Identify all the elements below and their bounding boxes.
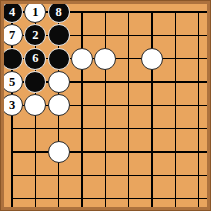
go-board: 41872653	[0, 0, 211, 211]
stone-black[interactable]	[48, 48, 70, 70]
grid-vertical-line	[198, 11, 199, 207]
grid-vertical-line	[105, 11, 106, 207]
stone-black-move-6[interactable]: 6	[24, 48, 46, 70]
stone-white[interactable]	[48, 94, 70, 116]
stone-white-move-1[interactable]: 1	[24, 1, 46, 23]
stone-white-move-5[interactable]: 5	[1, 71, 23, 93]
stone-white[interactable]	[48, 71, 70, 93]
stone-black-move-4[interactable]: 4	[1, 1, 23, 23]
stone-black-move-2[interactable]: 2	[24, 24, 46, 46]
grid-horizontal-line	[11, 151, 207, 152]
stone-white[interactable]	[71, 48, 93, 70]
stone-black-move-8[interactable]: 8	[48, 1, 70, 23]
stone-white[interactable]	[141, 48, 163, 70]
grid-horizontal-line	[11, 175, 207, 176]
stone-white[interactable]	[48, 141, 70, 163]
stone-black[interactable]	[24, 71, 46, 93]
grid-vertical-line	[151, 11, 152, 207]
stone-white-move-7[interactable]: 7	[1, 24, 23, 46]
grid-vertical-line	[128, 11, 129, 207]
stone-white-move-3[interactable]: 3	[1, 94, 23, 116]
grid-horizontal-line	[11, 128, 207, 129]
grid-vertical-line	[175, 11, 176, 207]
stone-black[interactable]	[48, 24, 70, 46]
stone-black[interactable]	[1, 48, 23, 70]
stone-white[interactable]	[24, 94, 46, 116]
grid-horizontal-line	[11, 198, 207, 199]
stone-white[interactable]	[94, 48, 116, 70]
grid-vertical-line	[81, 11, 82, 207]
